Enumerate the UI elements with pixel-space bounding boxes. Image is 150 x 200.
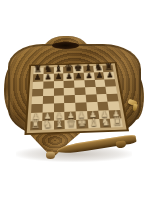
- square-a1[interactable]: ♜: [30, 121, 42, 130]
- square-d1[interactable]: ♛: [65, 120, 77, 129]
- piece-black-pawn[interactable]: ♟: [106, 71, 113, 79]
- top-handle-slot: [52, 42, 79, 49]
- square-a5[interactable]: [32, 89, 43, 97]
- square-c1[interactable]: ♝: [53, 120, 65, 129]
- board-frame: ♜♞♝♛♚♝♞♜♟♟♟♟♟♟♟♟♟♟♟♟♟♟♟♟♜♞♝♛♚♝♞♜: [27, 63, 127, 133]
- square-g4[interactable]: [96, 94, 108, 102]
- square-b4[interactable]: [43, 96, 54, 104]
- piece-black-pawn[interactable]: ♟: [96, 72, 103, 80]
- square-d4[interactable]: [64, 95, 75, 103]
- piece-white-king[interactable]: ♚: [77, 117, 87, 128]
- chess-board: ♜♞♝♛♚♝♞♜♟♟♟♟♟♟♟♟♟♟♟♟♟♟♟♟♜♞♝♛♚♝♞♜: [30, 65, 123, 130]
- piece-black-pawn[interactable]: ♟: [34, 74, 41, 82]
- square-a4[interactable]: [32, 96, 43, 104]
- piece-white-rook[interactable]: ♜: [112, 116, 122, 127]
- piece-white-knight[interactable]: ♞: [100, 117, 110, 128]
- piece-black-pawn[interactable]: ♟: [65, 73, 72, 81]
- square-h7[interactable]: ♟: [104, 72, 115, 79]
- square-h1[interactable]: ♜: [110, 118, 123, 127]
- board-perspective-wrap: ♜♞♝♛♚♝♞♜♟♟♟♟♟♟♟♟♟♟♟♟♟♟♟♟♜♞♝♛♚♝♞♜: [27, 63, 127, 133]
- square-d7[interactable]: ♟: [64, 73, 74, 80]
- piece-white-bishop[interactable]: ♝: [54, 118, 64, 129]
- piece-black-pawn[interactable]: ♟: [45, 73, 52, 81]
- square-c7[interactable]: ♟: [53, 74, 63, 81]
- square-f1[interactable]: ♝: [88, 119, 100, 128]
- piece-white-knight[interactable]: ♞: [42, 119, 52, 130]
- square-c6[interactable]: [53, 81, 63, 89]
- square-b7[interactable]: ♟: [43, 74, 53, 81]
- piece-black-pawn[interactable]: ♟: [86, 72, 93, 80]
- square-e4[interactable]: [75, 95, 86, 103]
- square-g1[interactable]: ♞: [99, 118, 112, 127]
- piece-white-bishop[interactable]: ♝: [89, 117, 99, 128]
- piece-black-pawn[interactable]: ♟: [75, 72, 82, 80]
- product-photo: ♜♞♝♛♚♝♞♜♟♟♟♟♟♟♟♟♟♟♟♟♟♟♟♟♜♞♝♛♚♝♞♜: [0, 0, 150, 200]
- square-d5[interactable]: [64, 88, 75, 96]
- piece-white-rook[interactable]: ♜: [31, 119, 41, 130]
- case-foot-left: [46, 152, 55, 159]
- piece-white-queen[interactable]: ♛: [66, 118, 76, 129]
- square-b1[interactable]: ♞: [42, 120, 54, 129]
- square-e1[interactable]: ♚: [76, 119, 88, 128]
- piece-black-pawn[interactable]: ♟: [55, 73, 62, 81]
